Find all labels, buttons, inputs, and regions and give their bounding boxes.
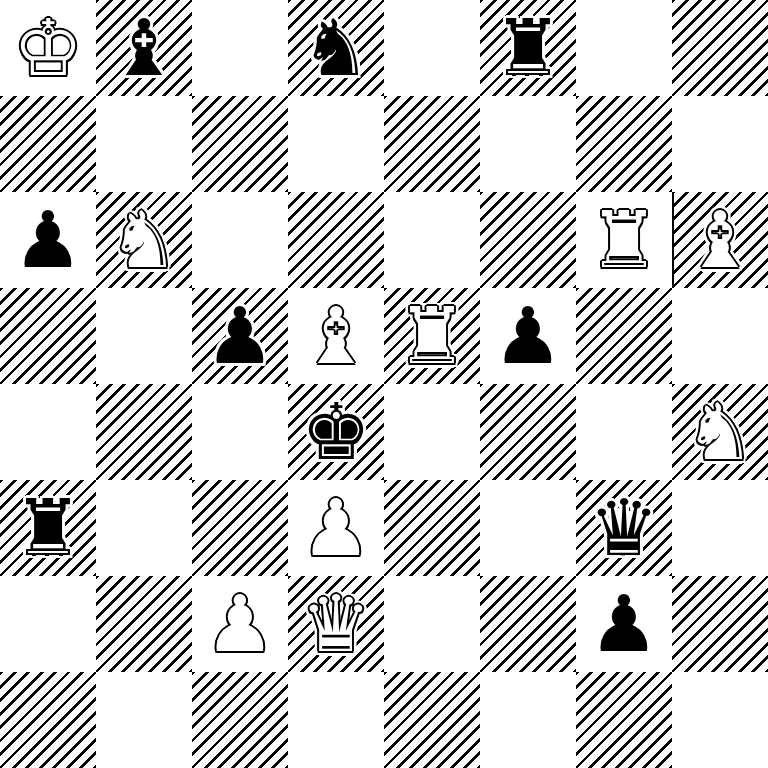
square-a4[interactable]	[0, 384, 96, 480]
square-f1[interactable]	[480, 672, 576, 768]
piece-black-rook[interactable]: ♜	[493, 0, 563, 96]
square-a1[interactable]	[0, 672, 96, 768]
square-h7[interactable]	[672, 96, 768, 192]
piece-black-pawn[interactable]: ♟	[589, 576, 659, 672]
piece-white-queen[interactable]: ♛	[301, 576, 371, 672]
square-g4[interactable]	[576, 384, 672, 480]
square-d8[interactable]: ♞	[288, 0, 384, 96]
square-d3[interactable]: ♟	[288, 480, 384, 576]
square-g6[interactable]: ♜	[576, 192, 672, 288]
square-a2[interactable]	[0, 576, 96, 672]
square-d6[interactable]	[288, 192, 384, 288]
square-b3[interactable]	[96, 480, 192, 576]
square-h8[interactable]	[672, 0, 768, 96]
square-b6[interactable]: ♞	[96, 192, 192, 288]
square-c5[interactable]: ♟	[192, 288, 288, 384]
piece-white-knight[interactable]: ♞	[109, 192, 179, 288]
square-e2[interactable]	[384, 576, 480, 672]
square-g1[interactable]	[576, 672, 672, 768]
piece-black-queen[interactable]: ♛	[589, 480, 659, 576]
square-g2[interactable]: ♟	[576, 576, 672, 672]
piece-black-knight[interactable]: ♞	[301, 0, 371, 96]
square-e1[interactable]	[384, 672, 480, 768]
square-f6[interactable]	[480, 192, 576, 288]
square-h4[interactable]: ♞	[672, 384, 768, 480]
square-b8[interactable]: ♝	[96, 0, 192, 96]
square-c7[interactable]	[192, 96, 288, 192]
square-a3[interactable]: ♜	[0, 480, 96, 576]
square-c4[interactable]	[192, 384, 288, 480]
square-e5[interactable]: ♜	[384, 288, 480, 384]
piece-white-bishop[interactable]: ♝	[685, 192, 755, 288]
square-c3[interactable]	[192, 480, 288, 576]
square-f3[interactable]	[480, 480, 576, 576]
square-b2[interactable]	[96, 576, 192, 672]
square-a8[interactable]: ♚	[0, 0, 96, 96]
piece-white-pawn[interactable]: ♟	[301, 480, 371, 576]
square-g3[interactable]: ♛	[576, 480, 672, 576]
piece-black-pawn[interactable]: ♟	[493, 288, 563, 384]
square-h1[interactable]	[672, 672, 768, 768]
square-g7[interactable]	[576, 96, 672, 192]
square-c8[interactable]	[192, 0, 288, 96]
square-d7[interactable]	[288, 96, 384, 192]
square-b1[interactable]	[96, 672, 192, 768]
square-e7[interactable]	[384, 96, 480, 192]
chess-board: ♚♝♞♜♟♞♜♝♟♝♜♟♚♞♜♟♛♟♛♟	[0, 0, 768, 768]
square-a7[interactable]	[0, 96, 96, 192]
square-d4[interactable]: ♚	[288, 384, 384, 480]
square-d2[interactable]: ♛	[288, 576, 384, 672]
square-h5[interactable]	[672, 288, 768, 384]
piece-black-pawn[interactable]: ♟	[205, 288, 275, 384]
piece-white-knight[interactable]: ♞	[685, 384, 755, 480]
square-d5[interactable]: ♝	[288, 288, 384, 384]
square-c1[interactable]	[192, 672, 288, 768]
square-g5[interactable]	[576, 288, 672, 384]
square-b5[interactable]	[96, 288, 192, 384]
piece-black-bishop[interactable]: ♝	[109, 0, 179, 96]
square-h6[interactable]: ♝	[672, 192, 768, 288]
square-f4[interactable]	[480, 384, 576, 480]
piece-white-king[interactable]: ♚	[13, 0, 83, 96]
piece-black-king[interactable]: ♚	[301, 384, 371, 480]
square-e4[interactable]	[384, 384, 480, 480]
square-c2[interactable]: ♟	[192, 576, 288, 672]
piece-white-bishop[interactable]: ♝	[301, 288, 371, 384]
square-f7[interactable]	[480, 96, 576, 192]
piece-white-pawn[interactable]: ♟	[205, 576, 275, 672]
square-d1[interactable]	[288, 672, 384, 768]
square-f2[interactable]	[480, 576, 576, 672]
square-f8[interactable]: ♜	[480, 0, 576, 96]
square-e6[interactable]	[384, 192, 480, 288]
square-f5[interactable]: ♟	[480, 288, 576, 384]
square-b4[interactable]	[96, 384, 192, 480]
piece-white-rook[interactable]: ♜	[589, 192, 659, 288]
square-e8[interactable]	[384, 0, 480, 96]
square-a6[interactable]: ♟	[0, 192, 96, 288]
square-h2[interactable]	[672, 576, 768, 672]
square-c6[interactable]	[192, 192, 288, 288]
square-e3[interactable]	[384, 480, 480, 576]
square-g8[interactable]	[576, 0, 672, 96]
square-a5[interactable]	[0, 288, 96, 384]
piece-black-rook[interactable]: ♜	[13, 480, 83, 576]
square-h3[interactable]	[672, 480, 768, 576]
square-b7[interactable]	[96, 96, 192, 192]
piece-black-pawn[interactable]: ♟	[13, 192, 83, 288]
piece-white-rook[interactable]: ♜	[397, 288, 467, 384]
